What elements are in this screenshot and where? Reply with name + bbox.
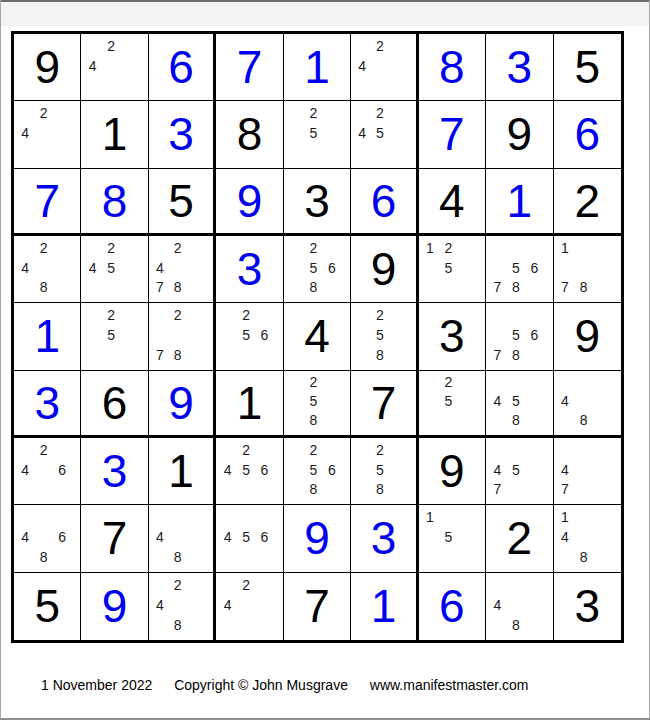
cell-r9c2[interactable]: 9 [81, 573, 148, 640]
solved-digit: 8 [439, 44, 465, 90]
candidate-digit: 8 [34, 547, 52, 567]
cell-r5c6[interactable]: 258 [351, 303, 418, 370]
cell-r2c8[interactable]: 9 [486, 101, 553, 168]
candidate-digit: 5 [237, 527, 255, 547]
solved-digit: 6 [168, 44, 194, 90]
candidate-digit: 5 [507, 258, 525, 278]
cell-r6c7[interactable]: 25 [419, 371, 486, 438]
given-digit: 7 [304, 583, 330, 629]
candidates: 278 [149, 303, 213, 369]
candidate-digit: 6 [53, 460, 71, 480]
given-digit: 1 [102, 111, 128, 157]
cell-r7c1[interactable]: 246 [14, 438, 81, 505]
cell-r9c8[interactable]: 48 [486, 573, 553, 640]
cell-r7c5[interactable]: 2568 [284, 438, 351, 505]
given-digit: 8 [237, 111, 263, 157]
candidate-digit: 8 [304, 411, 322, 430]
candidate-digit: 8 [507, 278, 525, 298]
solved-digit: 9 [237, 178, 263, 224]
candidate-digit: 1 [556, 507, 575, 527]
candidates: 248 [149, 573, 213, 640]
candidate-digit: 5 [371, 460, 389, 480]
candidates: 258 [284, 371, 350, 435]
candidate-digit: 5 [371, 123, 389, 143]
candidate-digit: 7 [556, 278, 575, 298]
cell-r1c4[interactable]: 7 [216, 34, 283, 101]
cell-r4c1[interactable]: 248 [14, 236, 81, 303]
candidate-digit: 5 [304, 460, 322, 480]
candidate-digit: 6 [525, 258, 543, 278]
candidate-digit: 8 [507, 345, 525, 365]
candidates: 47 [554, 438, 621, 504]
candidates: 457 [486, 438, 552, 504]
candidate-digit: 5 [102, 258, 120, 278]
candidate-digit: 6 [255, 527, 273, 547]
candidates: 178 [554, 236, 621, 302]
given-digit: 7 [102, 515, 128, 561]
candidate-digit: 5 [439, 258, 457, 278]
cell-r1c8[interactable]: 3 [486, 34, 553, 101]
candidate-digit: 8 [574, 411, 593, 430]
candidate-digit: 4 [488, 595, 506, 615]
candidate-digit: 2 [371, 305, 389, 325]
candidate-digit: 2 [304, 103, 322, 123]
candidates: 245 [351, 101, 415, 167]
candidate-digit: 2 [34, 440, 52, 460]
candidate-digit: 2 [169, 238, 187, 258]
solved-digit: 1 [507, 178, 533, 224]
candidates: 258 [351, 303, 415, 369]
cell-r9c5[interactable]: 7 [284, 573, 351, 640]
given-digit: 9 [34, 44, 60, 90]
given-digit: 2 [507, 515, 533, 561]
candidate-digit: 2 [371, 103, 389, 123]
candidate-digit: 4 [16, 123, 34, 143]
cell-r2c2[interactable]: 1 [81, 101, 148, 168]
cell-r4c2[interactable]: 245 [81, 236, 148, 303]
candidate-digit: 2 [102, 36, 120, 56]
candidates: 125 [419, 236, 485, 302]
cell-r3c4[interactable]: 9 [216, 169, 283, 236]
cell-r3c9[interactable]: 2 [554, 169, 621, 236]
cell-r8c1[interactable]: 468 [14, 505, 81, 572]
cell-r8c9[interactable]: 148 [554, 505, 621, 572]
candidate-digit: 2 [237, 575, 255, 595]
candidates: 48 [486, 573, 552, 640]
candidate-digit: 2 [237, 440, 255, 460]
candidate-digit: 4 [556, 527, 575, 547]
cell-r2c4[interactable]: 8 [216, 101, 283, 168]
cell-r8c6[interactable]: 3 [351, 505, 418, 572]
cell-r5c3[interactable]: 278 [149, 303, 216, 370]
candidate-digit: 2 [439, 373, 457, 392]
candidate-digit: 2 [102, 305, 120, 325]
solved-digit: 6 [574, 111, 600, 157]
footer: 1 November 2022 Copyright © John Musgrav… [1, 677, 649, 693]
solved-digit: 1 [304, 44, 330, 90]
solved-digit: 6 [371, 178, 397, 224]
cell-r7c9[interactable]: 47 [554, 438, 621, 505]
given-digit: 3 [439, 313, 465, 359]
cell-r6c3[interactable]: 9 [149, 371, 216, 438]
solved-digit: 3 [102, 448, 128, 494]
cell-r4c7[interactable]: 125 [419, 236, 486, 303]
candidate-digit: 6 [255, 325, 273, 345]
candidate-digit: 4 [488, 460, 506, 480]
cell-r3c7[interactable]: 4 [419, 169, 486, 236]
given-digit: 4 [439, 178, 465, 224]
given-digit: 1 [237, 380, 263, 426]
cell-r1c7[interactable]: 8 [419, 34, 486, 101]
solved-digit: 9 [304, 515, 330, 561]
candidate-digit: 4 [16, 258, 34, 278]
cell-r7c4[interactable]: 2456 [216, 438, 283, 505]
cell-r2c3[interactable]: 3 [149, 101, 216, 168]
cell-r2c7[interactable]: 7 [419, 101, 486, 168]
header-bar [1, 2, 649, 26]
cell-r5c2[interactable]: 25 [81, 303, 148, 370]
candidate-digit: 2 [34, 103, 52, 123]
candidate-digit: 4 [151, 595, 169, 615]
candidate-digit: 1 [556, 238, 575, 258]
given-digit: 9 [439, 448, 465, 494]
cell-r5c4[interactable]: 256 [216, 303, 283, 370]
cell-r1c5[interactable]: 1 [284, 34, 351, 101]
cell-r3c1[interactable]: 7 [14, 169, 81, 236]
cell-r9c1[interactable]: 5 [14, 573, 81, 640]
cell-r8c3[interactable]: 48 [149, 505, 216, 572]
candidate-digit: 8 [169, 345, 187, 365]
given-digit: 3 [304, 178, 330, 224]
cell-r4c9[interactable]: 178 [554, 236, 621, 303]
cell-r5c1[interactable]: 1 [14, 303, 81, 370]
candidates: 25 [419, 371, 485, 435]
candidate-digit: 5 [304, 392, 322, 411]
candidate-digit: 7 [151, 345, 169, 365]
candidate-digit: 5 [507, 392, 525, 411]
cell-r9c7[interactable]: 6 [419, 573, 486, 640]
candidate-digit: 2 [304, 440, 322, 460]
cell-r9c6[interactable]: 1 [351, 573, 418, 640]
given-digit: 9 [371, 246, 397, 292]
candidate-digit: 8 [169, 615, 187, 635]
cell-r4c6[interactable]: 9 [351, 236, 418, 303]
cell-r2c1[interactable]: 24 [14, 101, 81, 168]
candidate-digit: 7 [488, 480, 506, 500]
candidate-digit: 8 [34, 278, 52, 298]
candidate-digit: 6 [525, 325, 543, 345]
candidate-digit: 8 [304, 278, 322, 298]
candidate-digit: 4 [218, 460, 236, 480]
candidate-digit: 4 [353, 56, 371, 76]
candidates: 256 [216, 303, 282, 369]
candidate-digit: 8 [574, 278, 593, 298]
cell-r9c3[interactable]: 248 [149, 573, 216, 640]
candidate-digit: 4 [218, 595, 236, 615]
candidates: 48 [149, 505, 213, 571]
given-digit: 5 [34, 583, 60, 629]
candidate-digit: 8 [371, 345, 389, 365]
cell-r6c9[interactable]: 48 [554, 371, 621, 438]
given-digit: 6 [102, 380, 128, 426]
given-digit: 9 [507, 111, 533, 157]
candidate-digit: 4 [83, 258, 101, 278]
solved-digit: 3 [371, 515, 397, 561]
given-digit: 2 [574, 178, 600, 224]
candidate-digit: 5 [237, 460, 255, 480]
footer-date: 1 November 2022 [41, 677, 152, 693]
cell-r7c6[interactable]: 258 [351, 438, 418, 505]
candidate-digit: 4 [83, 56, 101, 76]
candidates: 5678 [486, 236, 552, 302]
candidate-digit: 4 [488, 392, 506, 411]
candidate-digit: 6 [255, 460, 273, 480]
candidate-digit: 5 [304, 123, 322, 143]
given-digit: 7 [371, 380, 397, 426]
solved-digit: 1 [371, 583, 397, 629]
candidate-digit: 7 [488, 278, 506, 298]
candidate-digit: 5 [371, 325, 389, 345]
candidate-digit: 2 [304, 238, 322, 258]
cell-r4c5[interactable]: 2568 [284, 236, 351, 303]
candidates: 24 [14, 101, 80, 167]
candidate-digit: 6 [323, 460, 341, 480]
solved-digit: 3 [507, 44, 533, 90]
candidate-digit: 2 [169, 575, 187, 595]
cell-r7c3[interactable]: 1 [149, 438, 216, 505]
cell-r7c2[interactable]: 3 [81, 438, 148, 505]
cell-r6c6[interactable]: 7 [351, 371, 418, 438]
candidate-digit: 2 [34, 238, 52, 258]
cell-r8c4[interactable]: 456 [216, 505, 283, 572]
cell-r4c4[interactable]: 3 [216, 236, 283, 303]
cell-r8c2[interactable]: 7 [81, 505, 148, 572]
candidate-digit: 2 [169, 305, 187, 325]
candidates: 24 [81, 34, 147, 100]
candidate-digit: 2 [102, 238, 120, 258]
cell-r6c2[interactable]: 6 [81, 371, 148, 438]
candidate-digit: 8 [507, 411, 525, 430]
candidates: 25 [284, 101, 350, 167]
cell-r2c6[interactable]: 245 [351, 101, 418, 168]
cell-r9c4[interactable]: 24 [216, 573, 283, 640]
candidates: 456 [216, 505, 282, 571]
candidate-digit: 5 [439, 392, 457, 411]
candidates: 148 [554, 505, 621, 571]
cell-r4c3[interactable]: 2478 [149, 236, 216, 303]
given-digit: 1 [168, 448, 194, 494]
cell-r1c2[interactable]: 24 [81, 34, 148, 101]
candidates: 246 [14, 438, 80, 504]
cell-r8c7[interactable]: 15 [419, 505, 486, 572]
candidate-digit: 5 [507, 460, 525, 480]
candidate-digit: 5 [507, 325, 525, 345]
solved-digit: 3 [34, 380, 60, 426]
candidates: 15 [419, 505, 485, 571]
candidate-digit: 1 [421, 238, 439, 258]
footer-copyright: Copyright © John Musgrave [174, 677, 348, 693]
solved-digit: 7 [237, 44, 263, 90]
given-digit: 3 [574, 583, 600, 629]
candidates: 468 [14, 505, 80, 571]
footer-website[interactable]: www.manifestmaster.com [370, 677, 529, 693]
cell-r1c1[interactable]: 9 [14, 34, 81, 101]
candidate-digit: 4 [556, 460, 575, 480]
candidate-digit: 1 [421, 507, 439, 527]
solved-digit: 3 [168, 111, 194, 157]
cell-r3c3[interactable]: 5 [149, 169, 216, 236]
candidate-digit: 8 [304, 480, 322, 500]
cell-r2c9[interactable]: 6 [554, 101, 621, 168]
cell-r7c7[interactable]: 9 [419, 438, 486, 505]
candidate-digit: 5 [304, 258, 322, 278]
cell-r8c5[interactable]: 9 [284, 505, 351, 572]
cell-r3c8[interactable]: 1 [486, 169, 553, 236]
candidates: 2478 [149, 236, 213, 302]
candidate-digit: 2 [237, 305, 255, 325]
candidates: 248 [14, 236, 80, 302]
candidate-digit: 2 [439, 238, 457, 258]
given-digit: 5 [168, 178, 194, 224]
candidate-digit: 4 [353, 123, 371, 143]
solved-digit: 9 [168, 380, 194, 426]
candidates: 5678 [486, 303, 552, 369]
candidate-digit: 2 [304, 373, 322, 392]
candidates: 25 [81, 303, 147, 369]
solved-digit: 9 [102, 583, 128, 629]
candidates: 258 [351, 438, 415, 504]
candidate-digit: 4 [218, 527, 236, 547]
cell-r3c2[interactable]: 8 [81, 169, 148, 236]
cell-r6c1[interactable]: 3 [14, 371, 81, 438]
candidate-digit: 7 [488, 345, 506, 365]
cell-r1c9[interactable]: 5 [554, 34, 621, 101]
cell-r6c4[interactable]: 1 [216, 371, 283, 438]
cell-r3c6[interactable]: 6 [351, 169, 418, 236]
given-digit: 4 [304, 313, 330, 359]
candidates: 48 [554, 371, 621, 435]
candidates: 24 [216, 573, 282, 640]
candidate-digit: 2 [371, 440, 389, 460]
candidate-digit: 8 [169, 278, 187, 298]
candidate-digit: 4 [151, 527, 169, 547]
candidate-digit: 6 [323, 258, 341, 278]
given-digit: 9 [574, 313, 600, 359]
cell-r6c8[interactable]: 458 [486, 371, 553, 438]
candidates: 2456 [216, 438, 282, 504]
cell-r4c8[interactable]: 5678 [486, 236, 553, 303]
candidates: 2568 [284, 236, 350, 302]
cell-r6c5[interactable]: 258 [284, 371, 351, 438]
solved-digit: 6 [439, 583, 465, 629]
solved-digit: 3 [237, 246, 263, 292]
cell-r7c8[interactable]: 457 [486, 438, 553, 505]
candidate-digit: 8 [169, 547, 187, 567]
candidates: 2568 [284, 438, 350, 504]
candidate-digit: 4 [16, 527, 34, 547]
candidate-digit: 5 [102, 325, 120, 345]
cell-r5c8[interactable]: 5678 [486, 303, 553, 370]
candidate-digit: 5 [439, 527, 457, 547]
page: 9246712483524138252457967859364122482452… [0, 0, 650, 720]
cell-r5c9[interactable]: 9 [554, 303, 621, 370]
cell-r2c5[interactable]: 25 [284, 101, 351, 168]
sudoku-board: 9246712483524138252457967859364122482452… [11, 31, 624, 643]
solved-digit: 7 [439, 111, 465, 157]
cell-r3c5[interactable]: 3 [284, 169, 351, 236]
cell-r5c5[interactable]: 4 [284, 303, 351, 370]
cell-r9c9[interactable]: 3 [554, 573, 621, 640]
cell-r1c6[interactable]: 24 [351, 34, 418, 101]
candidate-digit: 4 [16, 460, 34, 480]
candidate-digit: 6 [53, 527, 71, 547]
cell-r8c8[interactable]: 2 [486, 505, 553, 572]
solved-digit: 1 [34, 313, 60, 359]
candidate-digit: 7 [556, 480, 575, 500]
candidate-digit: 4 [151, 258, 169, 278]
solved-digit: 7 [34, 178, 60, 224]
candidate-digit: 8 [507, 615, 525, 635]
candidates: 458 [486, 371, 552, 435]
candidates: 245 [81, 236, 147, 302]
candidate-digit: 2 [371, 36, 389, 56]
candidate-digit: 7 [151, 278, 169, 298]
candidate-digit: 8 [371, 480, 389, 500]
solved-digit: 8 [102, 178, 128, 224]
candidates: 24 [351, 34, 415, 100]
candidate-digit: 5 [237, 325, 255, 345]
cell-r1c3[interactable]: 6 [149, 34, 216, 101]
cell-r5c7[interactable]: 3 [419, 303, 486, 370]
given-digit: 5 [574, 44, 600, 90]
candidate-digit: 8 [574, 547, 593, 567]
candidate-digit: 4 [556, 392, 575, 411]
